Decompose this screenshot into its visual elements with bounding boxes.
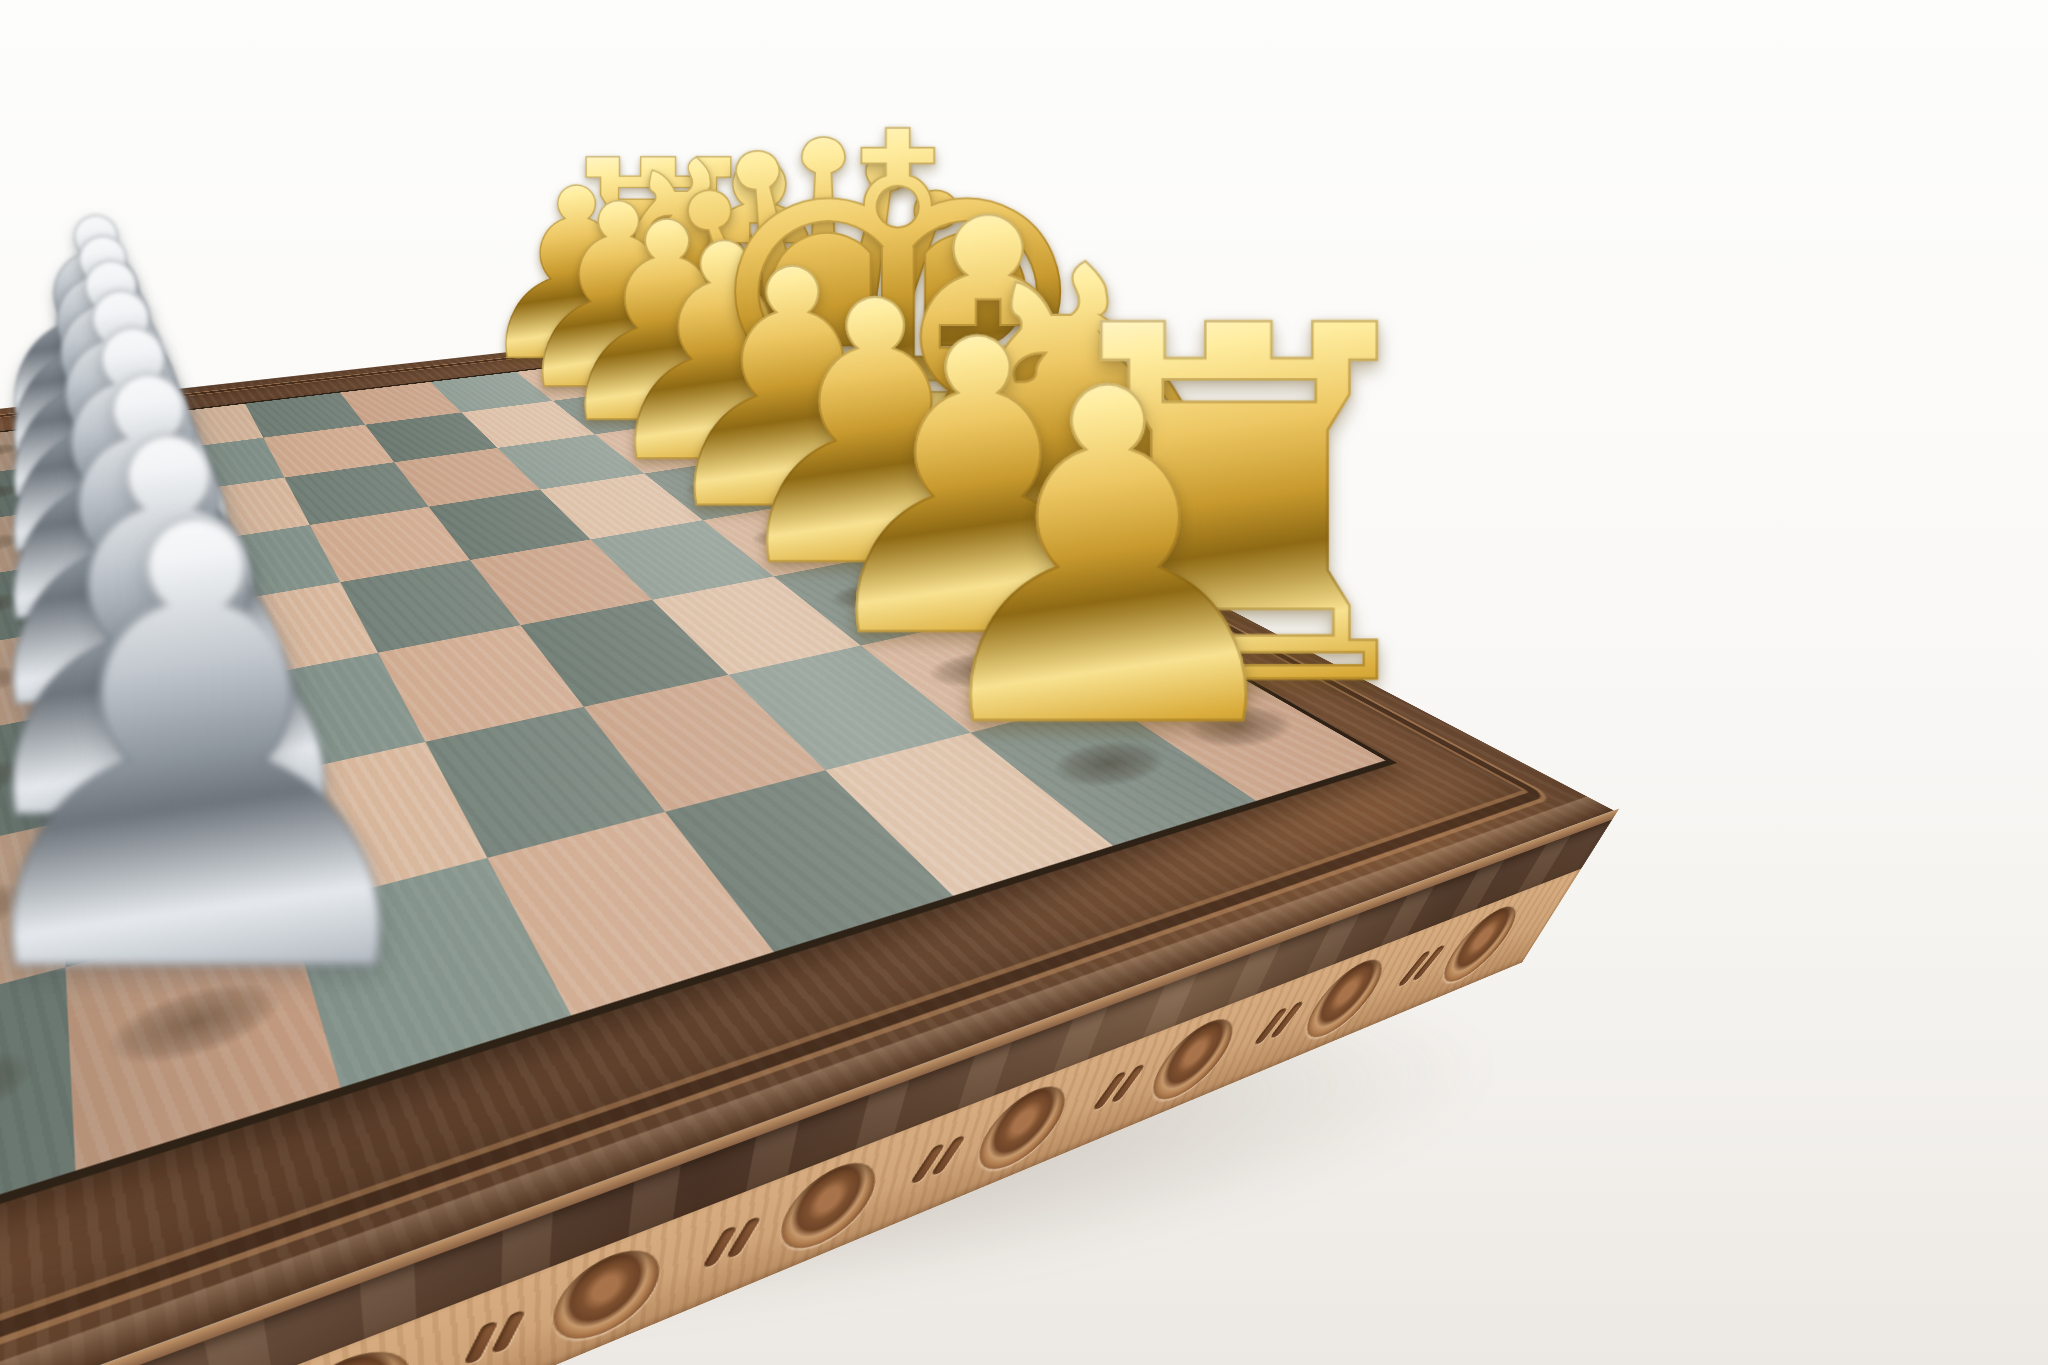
carved-dashes: [1250, 994, 1316, 1056]
chess-piece-glyph: ♟: [901, 342, 1313, 778]
chess-piece-glyph: ♜: [0, 424, 263, 1117]
chess-board: ♜♞♝♛♚♝♞♜♟♟♟♟♟♟♟♟♟♟♟♟♟♟♟♟♜♞♝♛♚♝♞♜: [0, 331, 1614, 1365]
scene: ♜♞♝♛♚♝♞♜♟♟♟♟♟♟♟♟♟♟♟♟♟♟♟♟♜♞♝♛♚♝♞♜: [0, 0, 2048, 1365]
photo-stage: ♜♞♝♛♚♝♞♜♟♟♟♟♟♟♟♟♟♟♟♟♟♟♟♟♜♞♝♛♚♝♞♜: [0, 0, 2048, 1365]
carved-dashes: [1089, 1056, 1157, 1121]
carved-dashes: [909, 1127, 979, 1196]
carved-dashes: [467, 1300, 541, 1365]
carved-dashes: [703, 1207, 775, 1279]
